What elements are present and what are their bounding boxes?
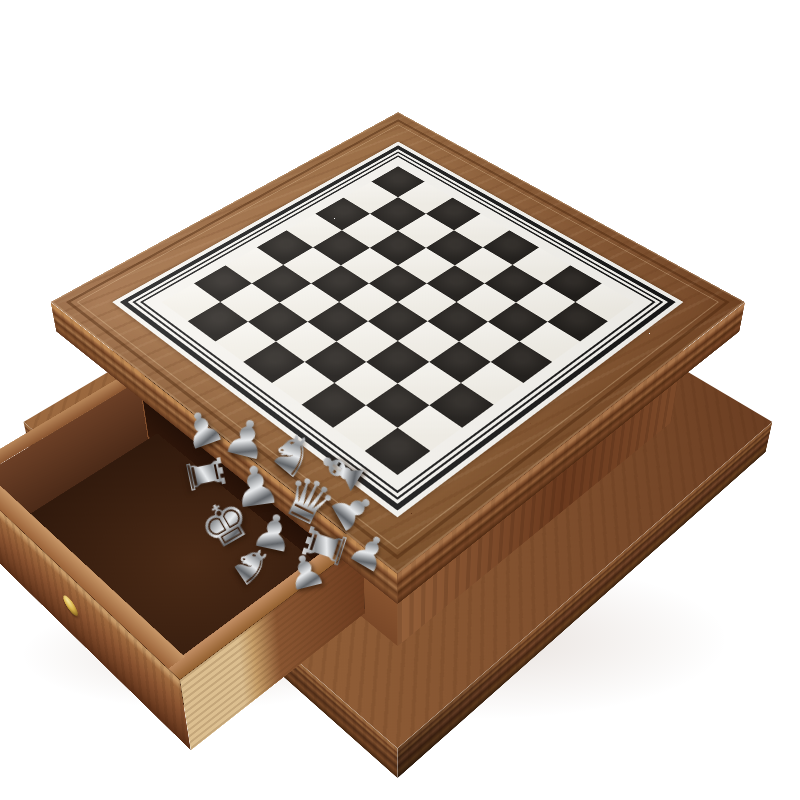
chessboard-grid [162,166,634,475]
scene [0,0,800,800]
product-photo: ♟♟♞♝♜♟♛♟♚♟♜♟♞♟ [0,0,800,800]
drawer-knob [62,591,80,620]
